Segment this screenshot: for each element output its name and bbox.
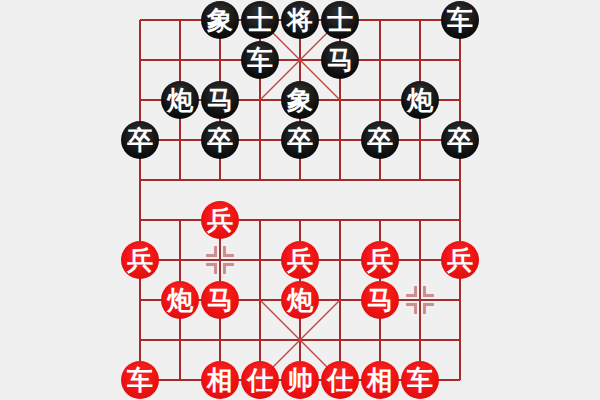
piece-black-horse[interactable]: 马 <box>321 41 359 79</box>
piece-red-general[interactable]: 帅 <box>281 361 319 399</box>
piece-black-chariot[interactable]: 车 <box>441 1 479 39</box>
piece-red-soldier[interactable]: 兵 <box>121 241 159 279</box>
piece-red-soldier[interactable]: 兵 <box>441 241 479 279</box>
piece-black-soldier[interactable]: 卒 <box>201 121 239 159</box>
piece-red-cannon[interactable]: 炮 <box>161 281 199 319</box>
xiangqi-screenshot: 象士将士车车马炮马象炮卒卒卒卒卒兵兵兵兵兵炮马炮马车相仕帅仕相车 <box>0 0 600 400</box>
last-move-marker <box>206 246 234 274</box>
piece-black-general[interactable]: 将 <box>281 1 319 39</box>
piece-red-horse[interactable]: 马 <box>201 281 239 319</box>
piece-red-horse[interactable]: 马 <box>361 281 399 319</box>
piece-black-advisor[interactable]: 士 <box>241 1 279 39</box>
piece-black-soldier[interactable]: 卒 <box>361 121 399 159</box>
piece-black-elephant[interactable]: 象 <box>281 81 319 119</box>
piece-red-chariot[interactable]: 车 <box>121 361 159 399</box>
piece-red-elephant[interactable]: 相 <box>361 361 399 399</box>
piece-black-chariot[interactable]: 车 <box>241 41 279 79</box>
piece-black-soldier[interactable]: 卒 <box>121 121 159 159</box>
piece-black-horse[interactable]: 马 <box>201 81 239 119</box>
pieces-layer: 象士将士车车马炮马象炮卒卒卒卒卒兵兵兵兵兵炮马炮马车相仕帅仕相车 <box>120 0 480 400</box>
piece-red-advisor[interactable]: 仕 <box>321 361 359 399</box>
marker-corner <box>423 286 434 297</box>
piece-red-elephant[interactable]: 相 <box>201 361 239 399</box>
piece-red-soldier[interactable]: 兵 <box>281 241 319 279</box>
piece-black-soldier[interactable]: 卒 <box>441 121 479 159</box>
marker-corner <box>223 246 234 257</box>
piece-black-advisor[interactable]: 士 <box>321 1 359 39</box>
marker-corner <box>206 246 217 257</box>
piece-black-elephant[interactable]: 象 <box>201 1 239 39</box>
piece-red-soldier[interactable]: 兵 <box>361 241 399 279</box>
marker-corner <box>423 303 434 314</box>
last-move-marker <box>406 286 434 314</box>
marker-corner <box>206 263 217 274</box>
marker-corner <box>406 303 417 314</box>
piece-red-advisor[interactable]: 仕 <box>241 361 279 399</box>
piece-black-soldier[interactable]: 卒 <box>281 121 319 159</box>
xiangqi-board[interactable]: 象士将士车车马炮马象炮卒卒卒卒卒兵兵兵兵兵炮马炮马车相仕帅仕相车 <box>0 0 600 400</box>
piece-black-cannon[interactable]: 炮 <box>161 81 199 119</box>
piece-red-cannon[interactable]: 炮 <box>281 281 319 319</box>
marker-corner <box>406 286 417 297</box>
piece-red-chariot[interactable]: 车 <box>401 361 439 399</box>
marker-corner <box>223 263 234 274</box>
piece-red-soldier[interactable]: 兵 <box>201 201 239 239</box>
piece-black-cannon[interactable]: 炮 <box>401 81 439 119</box>
